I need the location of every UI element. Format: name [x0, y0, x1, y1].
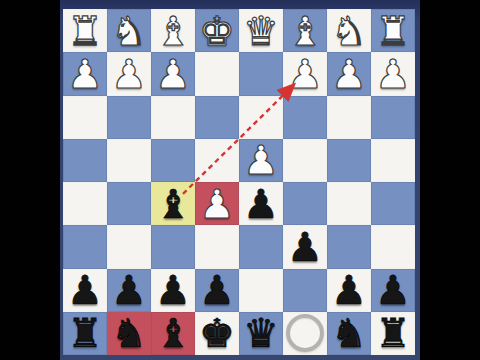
square-g3[interactable] — [107, 96, 151, 139]
square-e3[interactable] — [195, 96, 239, 139]
piece-black-pawn-g7: ♟ — [107, 269, 151, 312]
piece-white-bishop-c1: ♝ — [283, 9, 327, 52]
square-h7[interactable]: ♟ — [63, 269, 107, 312]
square-c3[interactable] — [283, 96, 327, 139]
square-g8[interactable]: ♞ — [107, 312, 151, 355]
video-frame: ♜♞♝♚♛♝♞♜♟♟♟♟♟♟♟♝♟♟♟♟♟♟♟♟♟♜♞♝♚♛♞♜ — [0, 0, 480, 360]
piece-black-pawn-a7: ♟ — [371, 269, 415, 312]
square-f8[interactable]: ♝ — [151, 312, 195, 355]
square-h6[interactable] — [63, 225, 107, 268]
square-d1[interactable]: ♛ — [239, 9, 283, 52]
square-c7[interactable] — [283, 269, 327, 312]
square-b7[interactable]: ♟ — [327, 269, 371, 312]
square-g1[interactable]: ♞ — [107, 9, 151, 52]
square-a5[interactable] — [371, 182, 415, 225]
square-b4[interactable] — [327, 139, 371, 182]
square-d6[interactable] — [239, 225, 283, 268]
letterbox-left — [0, 0, 60, 360]
square-g5[interactable] — [107, 182, 151, 225]
square-g4[interactable] — [107, 139, 151, 182]
square-h3[interactable] — [63, 96, 107, 139]
piece-white-bishop-f1: ♝ — [151, 9, 195, 52]
piece-black-pawn-h7: ♟ — [63, 269, 107, 312]
square-d5[interactable]: ♟ — [239, 182, 283, 225]
chess-board[interactable]: ♜♞♝♚♛♝♞♜♟♟♟♟♟♟♟♝♟♟♟♟♟♟♟♟♟♜♞♝♚♛♞♜ — [63, 9, 415, 355]
piece-white-pawn-h2: ♟ — [63, 52, 107, 95]
piece-black-knight-b8: ♞ — [327, 312, 371, 355]
piece-white-pawn-d4: ♟ — [239, 139, 283, 182]
square-f4[interactable] — [151, 139, 195, 182]
square-d2[interactable] — [239, 52, 283, 95]
square-d7[interactable] — [239, 269, 283, 312]
piece-black-rook-h8: ♜ — [63, 312, 107, 355]
piece-black-pawn-c6: ♟ — [283, 225, 327, 268]
piece-white-king-e1: ♚ — [195, 9, 239, 52]
piece-white-rook-h1: ♜ — [63, 9, 107, 52]
square-d4[interactable]: ♟ — [239, 139, 283, 182]
square-b5[interactable] — [327, 182, 371, 225]
square-h4[interactable] — [63, 139, 107, 182]
piece-black-bishop-f8: ♝ — [151, 312, 195, 355]
square-b6[interactable] — [327, 225, 371, 268]
piece-black-king-e8: ♚ — [195, 312, 239, 355]
piece-white-pawn-f2: ♟ — [151, 52, 195, 95]
piece-black-queen-d8: ♛ — [239, 312, 283, 355]
piece-black-pawn-e7: ♟ — [195, 269, 239, 312]
square-e4[interactable] — [195, 139, 239, 182]
piece-white-pawn-e5: ♟ — [195, 182, 239, 225]
square-g6[interactable] — [107, 225, 151, 268]
square-b8[interactable]: ♞ — [327, 312, 371, 355]
square-a8[interactable]: ♜ — [371, 312, 415, 355]
piece-white-pawn-g2: ♟ — [107, 52, 151, 95]
square-e8[interactable]: ♚ — [195, 312, 239, 355]
square-h5[interactable] — [63, 182, 107, 225]
square-a7[interactable]: ♟ — [371, 269, 415, 312]
piece-black-pawn-b7: ♟ — [327, 269, 371, 312]
annotation-circle-c8 — [286, 314, 324, 352]
square-d8[interactable]: ♛ — [239, 312, 283, 355]
piece-white-pawn-a2: ♟ — [371, 52, 415, 95]
square-f2[interactable]: ♟ — [151, 52, 195, 95]
square-b2[interactable]: ♟ — [327, 52, 371, 95]
square-a6[interactable] — [371, 225, 415, 268]
square-f5[interactable]: ♝ — [151, 182, 195, 225]
square-c2[interactable]: ♟ — [283, 52, 327, 95]
square-c4[interactable] — [283, 139, 327, 182]
square-g2[interactable]: ♟ — [107, 52, 151, 95]
piece-black-rook-a8: ♜ — [371, 312, 415, 355]
square-f1[interactable]: ♝ — [151, 9, 195, 52]
square-c5[interactable] — [283, 182, 327, 225]
square-g7[interactable]: ♟ — [107, 269, 151, 312]
square-h1[interactable]: ♜ — [63, 9, 107, 52]
piece-black-pawn-d5: ♟ — [239, 182, 283, 225]
piece-white-pawn-b2: ♟ — [327, 52, 371, 95]
piece-white-rook-a1: ♜ — [371, 9, 415, 52]
piece-white-pawn-c2: ♟ — [283, 52, 327, 95]
square-b1[interactable]: ♞ — [327, 9, 371, 52]
piece-white-knight-b1: ♞ — [327, 9, 371, 52]
board-frame: ♜♞♝♚♛♝♞♜♟♟♟♟♟♟♟♝♟♟♟♟♟♟♟♟♟♜♞♝♚♛♞♜ — [60, 0, 420, 360]
square-e6[interactable] — [195, 225, 239, 268]
square-a4[interactable] — [371, 139, 415, 182]
square-f6[interactable] — [151, 225, 195, 268]
square-c6[interactable]: ♟ — [283, 225, 327, 268]
square-c1[interactable]: ♝ — [283, 9, 327, 52]
piece-black-bishop-f5: ♝ — [151, 182, 195, 225]
square-a2[interactable]: ♟ — [371, 52, 415, 95]
square-d3[interactable] — [239, 96, 283, 139]
square-f3[interactable] — [151, 96, 195, 139]
square-h2[interactable]: ♟ — [63, 52, 107, 95]
square-e5[interactable]: ♟ — [195, 182, 239, 225]
piece-white-knight-g1: ♞ — [107, 9, 151, 52]
square-f7[interactable]: ♟ — [151, 269, 195, 312]
square-c8[interactable] — [283, 312, 327, 355]
square-h8[interactable]: ♜ — [63, 312, 107, 355]
piece-black-pawn-f7: ♟ — [151, 269, 195, 312]
piece-white-queen-d1: ♛ — [239, 9, 283, 52]
square-e7[interactable]: ♟ — [195, 269, 239, 312]
square-a3[interactable] — [371, 96, 415, 139]
piece-black-knight-g8: ♞ — [107, 312, 151, 355]
square-a1[interactable]: ♜ — [371, 9, 415, 52]
square-e2[interactable] — [195, 52, 239, 95]
letterbox-right — [420, 0, 480, 360]
square-b3[interactable] — [327, 96, 371, 139]
square-e1[interactable]: ♚ — [195, 9, 239, 52]
